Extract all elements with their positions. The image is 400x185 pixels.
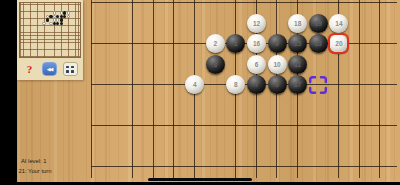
ai-level-label: AI level: 1 xyxy=(21,158,46,164)
stone: 5 xyxy=(268,75,287,94)
mini-stone xyxy=(46,18,49,21)
app-screen: 1234567891011121314151617181920 ? ◀◀ AI … xyxy=(0,0,400,185)
menu-button[interactable] xyxy=(63,62,78,76)
stone: 11 xyxy=(288,55,307,74)
sidebar-panel: ? ◀◀ xyxy=(17,0,83,80)
grid-icon xyxy=(66,66,69,69)
stone: 3 xyxy=(206,55,225,74)
selection-marker xyxy=(309,76,327,94)
last-move-marker xyxy=(328,33,349,54)
stone: 10 xyxy=(268,55,287,74)
mini-stone xyxy=(63,11,66,14)
mini-stone xyxy=(60,22,63,25)
stone: 18 xyxy=(288,14,307,33)
toolbar: ? ◀◀ xyxy=(17,59,83,79)
turn-status-label: 21: Your turn xyxy=(19,168,52,174)
mini-stone xyxy=(60,15,63,18)
mini-stone xyxy=(67,15,70,18)
home-indicator[interactable] xyxy=(148,178,252,182)
help-button[interactable]: ? xyxy=(23,62,37,77)
rewind-icon: ◀◀ xyxy=(47,66,53,72)
mini-stone xyxy=(63,15,66,18)
undo-button[interactable]: ◀◀ xyxy=(42,62,57,76)
stone: 14 xyxy=(329,14,348,33)
bottom-letterbox xyxy=(0,182,400,185)
stone: 6 xyxy=(247,55,266,74)
mini-stone xyxy=(53,22,56,25)
stone: 13 xyxy=(309,34,328,53)
stone: 19 xyxy=(309,14,328,33)
minimap-board xyxy=(19,2,81,59)
mini-stone xyxy=(56,22,59,25)
stone: 12 xyxy=(247,14,266,33)
mini-stone xyxy=(53,15,56,18)
mini-stone xyxy=(42,22,45,25)
mini-stone xyxy=(49,22,52,25)
stone: 9 xyxy=(268,34,287,53)
mini-stone xyxy=(56,18,59,21)
stone: 2 xyxy=(206,34,225,53)
